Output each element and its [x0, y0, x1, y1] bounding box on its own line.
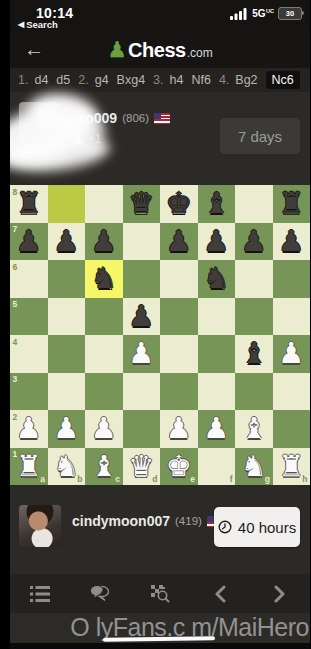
move-token[interactable]: h4 [170, 73, 184, 87]
move-list[interactable]: 1.d4d52.g4Bxg43.h4Nf64.Bg2Nc6 [10, 68, 310, 92]
chesscom-logo: ♟ Chess .com [107, 37, 212, 62]
white-rook-h1[interactable]: ♜ [273, 448, 311, 486]
square-e1[interactable]: e♚ [160, 448, 198, 486]
logo-pawn-icon: ♟ [107, 37, 127, 62]
move-token[interactable]: Nc6 [266, 71, 300, 89]
square-a5[interactable]: 5 [10, 298, 48, 336]
square-c1[interactable]: c♝ [85, 448, 123, 486]
square-f4[interactable] [198, 335, 236, 373]
back-triangle-icon: ◀ [18, 20, 24, 29]
player-card-top: ero009 (806) ♟ +1 7 days [10, 92, 310, 185]
avatar-bottom[interactable] [19, 505, 61, 547]
chess-board[interactable]: 8♜♛♚♝♜7♟♟♟♟♟♟♟6♞♞5♟4♟♝♟32♟♟♟♟♟♝1a♜b♞c♝d♛… [10, 185, 310, 485]
analysis-button[interactable] [138, 579, 182, 609]
white-king-e1[interactable]: ♚ [160, 448, 198, 486]
square-c5[interactable] [85, 298, 123, 336]
square-d1[interactable]: d♛ [123, 448, 161, 486]
white-pawn-f2[interactable]: ♟ [198, 410, 236, 448]
previous-move-button[interactable] [198, 579, 242, 609]
square-b3[interactable] [48, 373, 86, 411]
square-b6[interactable] [48, 260, 86, 298]
square-d8[interactable]: ♛ [123, 185, 161, 223]
black-pawn-b7[interactable]: ♟ [48, 223, 86, 261]
square-h4[interactable]: ♟ [273, 335, 311, 373]
network-indicator: 5GUC [252, 8, 274, 19]
black-pawn-c7[interactable]: ♟ [85, 223, 123, 261]
square-h2[interactable] [273, 410, 311, 448]
signal-icon [230, 8, 248, 20]
square-e2[interactable]: ♟ [160, 410, 198, 448]
move-number[interactable]: 4. [219, 73, 229, 87]
bottom-toolbar [10, 574, 310, 613]
back-to-search-link[interactable]: ◀ Search [18, 19, 58, 30]
black-pawn-g7[interactable]: ♟ [235, 223, 273, 261]
square-d2[interactable] [123, 410, 161, 448]
rank-label: 3 [13, 375, 18, 384]
white-bishop-c1[interactable]: ♝ [85, 448, 123, 486]
square-h3[interactable] [273, 373, 311, 411]
square-d7[interactable] [123, 223, 161, 261]
square-a6[interactable]: 6 [10, 260, 48, 298]
white-pawn-b2[interactable]: ♟ [48, 410, 86, 448]
back-button[interactable]: ← [20, 36, 48, 62]
black-knight-f6[interactable]: ♞ [198, 260, 236, 298]
black-rook-a8[interactable]: ♜ [10, 185, 48, 223]
square-a2[interactable]: 2♟ [10, 410, 48, 448]
move-token[interactable]: Bxg4 [117, 73, 146, 87]
square-g8[interactable] [235, 185, 273, 223]
square-a4[interactable]: 4 [10, 335, 48, 373]
square-f7[interactable]: ♟ [198, 223, 236, 261]
black-pawn-a7[interactable]: ♟ [10, 223, 48, 261]
square-c2[interactable]: ♟ [85, 410, 123, 448]
black-bishop-g4[interactable]: ♝ [235, 335, 273, 373]
white-pawn-h4[interactable]: ♟ [273, 335, 311, 373]
square-e3[interactable] [160, 373, 198, 411]
square-b8[interactable] [48, 185, 86, 223]
clock-bottom: 40 hours [214, 507, 300, 547]
watermark-strip: O lyFans.c m/MaiHero [10, 613, 310, 643]
us-flag-icon [154, 113, 170, 124]
square-g1[interactable]: g♞ [235, 448, 273, 486]
home-indicator-area [10, 643, 310, 649]
square-f6[interactable]: ♞ [198, 260, 236, 298]
square-g4[interactable]: ♝ [235, 335, 273, 373]
square-d5[interactable]: ♟ [123, 298, 161, 336]
square-c6[interactable]: ♞ [85, 260, 123, 298]
square-a7[interactable]: 7♟ [10, 223, 48, 261]
move-token[interactable]: d4 [34, 73, 48, 87]
black-pawn-d5[interactable]: ♟ [123, 298, 161, 336]
finger-smudge [65, 114, 105, 148]
square-e6[interactable] [160, 260, 198, 298]
square-a1[interactable]: 1a♜ [10, 448, 48, 486]
black-pawn-e7[interactable]: ♟ [160, 223, 198, 261]
square-f8[interactable]: ♝ [198, 185, 236, 223]
white-pawn-a2[interactable]: ♟ [10, 410, 48, 448]
square-g7[interactable]: ♟ [235, 223, 273, 261]
rating-top: (806) [122, 112, 149, 124]
chat-button[interactable] [78, 579, 122, 609]
square-g6[interactable] [235, 260, 273, 298]
black-king-e8[interactable]: ♚ [160, 185, 198, 223]
rank-label: 6 [13, 263, 18, 272]
square-h7[interactable]: ♟ [273, 223, 311, 261]
square-h5[interactable] [273, 298, 311, 336]
square-c3[interactable] [85, 373, 123, 411]
square-c8[interactable] [85, 185, 123, 223]
username-bottom[interactable]: cindymoon007 [72, 513, 170, 529]
square-c4[interactable] [85, 335, 123, 373]
rank-label: 5 [13, 300, 18, 309]
square-b2[interactable]: ♟ [48, 410, 86, 448]
move-number[interactable]: 1. [18, 73, 28, 87]
rating-bottom: (419) [175, 515, 202, 527]
square-b1[interactable]: b♞ [48, 448, 86, 486]
square-a3[interactable]: 3 [10, 373, 48, 411]
file-label: f [230, 475, 233, 484]
analysis-board-icon [151, 585, 170, 603]
move-token[interactable]: g4 [95, 73, 109, 87]
square-b4[interactable] [48, 335, 86, 373]
square-e5[interactable] [160, 298, 198, 336]
black-rook-h8[interactable]: ♜ [273, 185, 311, 223]
square-g2[interactable]: ♝ [235, 410, 273, 448]
status-bar: 10:14 ◀ Search 5GUC 30 [10, 0, 310, 30]
square-e8[interactable]: ♚ [160, 185, 198, 223]
rank-label: 4 [13, 338, 18, 347]
square-d3[interactable] [123, 373, 161, 411]
white-pawn-e2[interactable]: ♟ [160, 410, 198, 448]
move-number[interactable]: 3. [153, 73, 163, 87]
square-g3[interactable] [235, 373, 273, 411]
square-b5[interactable] [48, 298, 86, 336]
clock-icon [218, 520, 232, 534]
black-bishop-f8[interactable]: ♝ [198, 185, 236, 223]
move-token[interactable]: Bg2 [235, 73, 257, 87]
square-h1[interactable]: h♜ [273, 448, 311, 486]
white-queen-d1[interactable]: ♛ [123, 448, 161, 486]
square-f2[interactable]: ♟ [198, 410, 236, 448]
move-number[interactable]: 2. [78, 73, 88, 87]
white-knight-b1[interactable]: ♞ [48, 448, 86, 486]
chat-icon [89, 585, 111, 602]
square-f3[interactable] [198, 373, 236, 411]
black-pawn-f7[interactable]: ♟ [198, 223, 236, 261]
square-g5[interactable] [235, 298, 273, 336]
square-e4[interactable] [160, 335, 198, 373]
app-header: ← ♟ Chess .com [10, 30, 310, 68]
square-d4[interactable]: ♟ [123, 335, 161, 373]
white-pawn-c2[interactable]: ♟ [85, 410, 123, 448]
square-e7[interactable]: ♟ [160, 223, 198, 261]
square-f1[interactable]: f [198, 448, 236, 486]
white-bishop-g2[interactable]: ♝ [235, 410, 273, 448]
black-queen-d8[interactable]: ♛ [123, 185, 161, 223]
white-pawn-d4[interactable]: ♟ [123, 335, 161, 373]
square-f5[interactable] [198, 298, 236, 336]
square-h6[interactable] [273, 260, 311, 298]
clock-top: 7 days [220, 118, 300, 154]
next-move-button[interactable] [258, 579, 302, 609]
black-pawn-h7[interactable]: ♟ [273, 223, 311, 261]
screen: 10:14 ◀ Search 5GUC 30 ← ♟ Chess .com [10, 0, 310, 649]
chevron-left-icon [214, 585, 226, 603]
battery-icon: 30 [278, 7, 302, 20]
moves-list-icon [30, 586, 50, 602]
move-token[interactable]: Nf6 [191, 73, 210, 87]
player-card-bottom: cindymoon007 (419) 40 hours [10, 485, 310, 574]
white-rook-a1[interactable]: ♜ [10, 448, 48, 486]
square-a8[interactable]: 8♜ [10, 185, 48, 223]
square-c7[interactable]: ♟ [85, 223, 123, 261]
moves-list-button[interactable] [18, 579, 62, 609]
chevron-right-icon [274, 585, 286, 603]
white-knight-g1[interactable]: ♞ [235, 448, 273, 486]
square-b7[interactable]: ♟ [48, 223, 86, 261]
square-d6[interactable] [123, 260, 161, 298]
black-knight-c6[interactable]: ♞ [85, 260, 123, 298]
square-h8[interactable]: ♜ [273, 185, 311, 223]
move-token[interactable]: d5 [56, 73, 70, 87]
